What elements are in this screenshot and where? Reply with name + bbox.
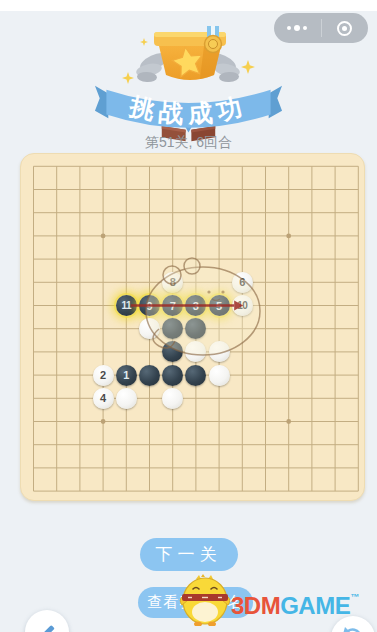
banner-right-tail (269, 86, 282, 118)
white-stone (139, 318, 160, 339)
status-bar (0, 0, 377, 11)
level-info: 第51关, 6回合 (0, 134, 377, 152)
white-stone (209, 365, 230, 386)
watermark-tm: ™ (350, 592, 359, 602)
share-arrow-icon (341, 626, 365, 632)
white-stone (185, 341, 206, 362)
watermark-3dmgame: 3DMGAME™ (231, 592, 359, 620)
banner-title: 挑战成功 (126, 92, 250, 128)
exit-button[interactable] (322, 13, 369, 43)
black-stone (185, 365, 206, 386)
black-stone-move-3: 3 (185, 295, 206, 316)
more-dots-icon (287, 25, 307, 31)
white-stone (116, 388, 137, 409)
app-screen: 挑战成功 第51关, 6回合 8611973510214 下一关 查看我的排名 (0, 0, 377, 632)
black-stone-move-1: 1 (116, 365, 137, 386)
white-stone (162, 388, 183, 409)
black-stone (162, 365, 183, 386)
chick-mascot (178, 574, 232, 626)
white-stone-move-8: 8 (162, 272, 183, 293)
black-stone (162, 341, 183, 362)
white-stone-move-10: 10 (232, 295, 253, 316)
gomoku-board[interactable]: 8611973510214 (20, 153, 365, 501)
pencil-icon (36, 621, 58, 632)
white-stone-move-2: 2 (93, 365, 114, 386)
white-stone (209, 341, 230, 362)
black-stone-move-5: 5 (209, 295, 230, 316)
wechat-capsule (274, 13, 368, 43)
banner-left-tail (95, 86, 108, 118)
black-stone (139, 365, 160, 386)
medal-icon (205, 26, 222, 53)
white-stone-move-4: 4 (93, 388, 114, 409)
black-stone-move-11: 11 (116, 295, 137, 316)
watermark-game: GAME (280, 592, 350, 619)
target-circle-icon (337, 21, 352, 36)
black-stone-move-7: 7 (162, 295, 183, 316)
black-stone (162, 318, 183, 339)
next-level-button[interactable]: 下一关 (140, 538, 238, 571)
black-stone-move-9: 9 (139, 295, 160, 316)
feedback-button[interactable] (25, 610, 69, 632)
watermark-3dm: 3DM (231, 592, 280, 619)
black-stone (185, 318, 206, 339)
white-stone-move-6: 6 (232, 272, 253, 293)
more-button[interactable] (274, 13, 321, 43)
